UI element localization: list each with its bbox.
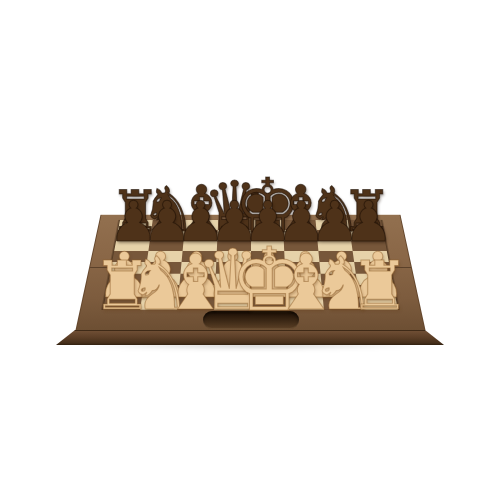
pieces-layer: ♜♞♝♛♚♝♞♜♟♟♟♟♟♟♟♟♟♟♟♟♟♟♟♟♜♞♝♛♚♝♞♜ [0,0,500,500]
piece-white-rook-h1[interactable]: ♜ [350,253,410,320]
chess-set-photo: ♜♞♝♛♚♝♞♜♟♟♟♟♟♟♟♟♟♟♟♟♟♟♟♟♜♞♝♛♚♝♞♜ [0,0,500,500]
